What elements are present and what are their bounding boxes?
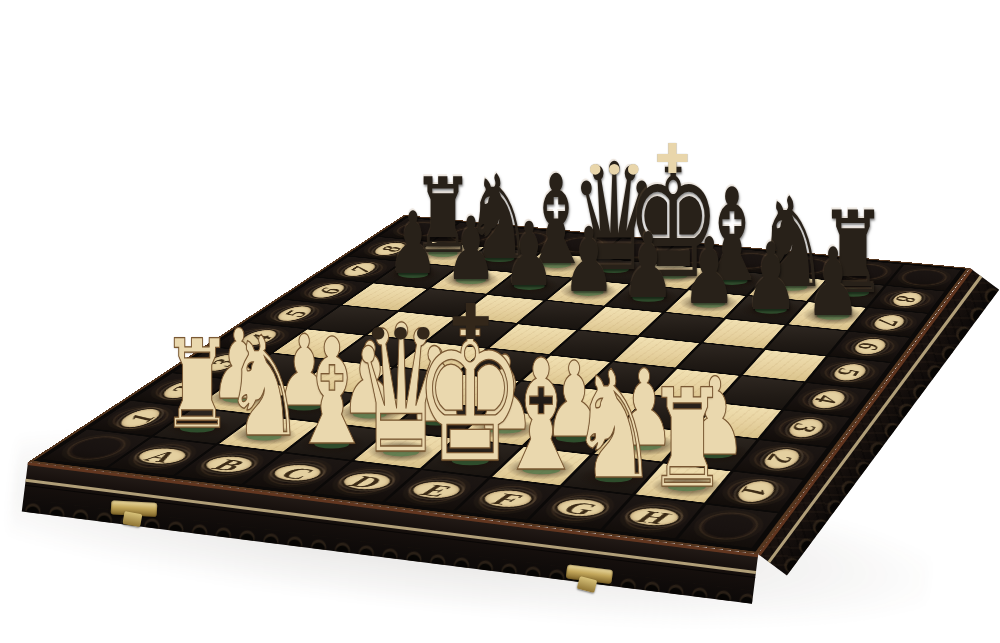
knight-glyph: ♞ xyxy=(569,352,657,501)
pawn-glyph: ♟ xyxy=(682,226,736,318)
coordinate-medallion: 2 xyxy=(755,446,807,471)
pawn-glyph: ♟ xyxy=(743,231,798,324)
pawn-glyph: ♟ xyxy=(445,206,497,293)
contrasting-cross-finial: ✚ xyxy=(655,139,690,180)
pawn-glyph: ♟ xyxy=(805,236,861,330)
coordinate-medallion: 4 xyxy=(804,388,853,410)
pawn-glyph: ♟ xyxy=(388,201,439,287)
coordinate-medallion: 1 xyxy=(729,478,783,505)
chess-set-photo: Overhead-angle photo of a black wooden f… xyxy=(0,0,1000,643)
coordinate-medallion: 3 xyxy=(780,416,830,440)
contrasting-cross-finial: ✚ xyxy=(450,298,491,347)
coordinate-medallion: 7 xyxy=(335,261,384,278)
coordinate-medallion: 5 xyxy=(826,362,873,383)
brass-latch-left xyxy=(111,500,158,517)
coordinate-medallion: 6 xyxy=(847,337,892,357)
pawn-glyph: ♟ xyxy=(622,221,676,311)
rook-glyph: ♜ xyxy=(646,371,727,507)
coordinate-medallion: 8 xyxy=(886,290,928,308)
coordinate-medallion: 6 xyxy=(303,282,353,300)
pawn-glyph: ♟ xyxy=(562,216,615,305)
